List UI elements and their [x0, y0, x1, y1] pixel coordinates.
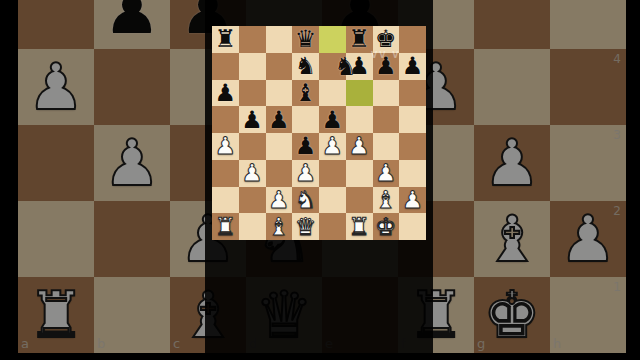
square-d4[interactable]: ♟	[292, 133, 319, 160]
white-rook[interactable]: ♜	[348, 215, 370, 239]
square-b5[interactable]: ♟	[239, 106, 266, 133]
white-knight[interactable]: ♞	[295, 188, 317, 212]
square-d3[interactable]: ♟	[292, 160, 319, 187]
square-h3[interactable]	[399, 160, 426, 187]
square-f3[interactable]	[346, 160, 373, 187]
black-bishop[interactable]: ♝	[295, 81, 317, 105]
square-f6[interactable]	[346, 80, 373, 107]
square-h7[interactable]: ♟	[399, 53, 426, 80]
square-d6[interactable]: ♝	[292, 80, 319, 107]
black-pawn[interactable]: ♟	[241, 108, 263, 132]
square-c3[interactable]	[266, 160, 293, 187]
white-pawn[interactable]: ♟	[268, 188, 290, 212]
square-b7[interactable]	[239, 53, 266, 80]
video-frame: ♜♛♜♚8♞♟♟♟7♟♝♞6♟♟♟5♟♟♟♟4♟♟♟3♟♞♝♟2♜ab♝c♛de…	[0, 0, 640, 360]
square-f4[interactable]: ♟	[346, 133, 373, 160]
square-d8[interactable]: ♛	[292, 26, 319, 53]
white-king[interactable]: ♚	[375, 215, 397, 239]
black-pawn[interactable]: ♟	[322, 108, 344, 132]
square-g2[interactable]: ♝	[373, 187, 400, 214]
black-pawn[interactable]: ♟	[295, 134, 317, 158]
square-f5[interactable]	[346, 106, 373, 133]
square-g5[interactable]	[373, 106, 400, 133]
square-b1[interactable]	[239, 213, 266, 240]
white-pawn[interactable]: ♟	[322, 134, 344, 158]
white-pawn[interactable]: ♟	[402, 188, 424, 212]
square-b4[interactable]	[239, 133, 266, 160]
square-c6[interactable]	[266, 80, 293, 107]
black-rook[interactable]: ♜	[348, 27, 370, 51]
black-knight[interactable]: ♞	[295, 54, 317, 78]
square-e6[interactable]	[319, 80, 346, 107]
square-a5[interactable]	[212, 106, 239, 133]
square-c4[interactable]	[266, 133, 293, 160]
square-a8[interactable]: ♜	[212, 26, 239, 53]
square-c1[interactable]: ♝	[266, 213, 293, 240]
black-king[interactable]: ♚	[375, 27, 397, 51]
square-a6[interactable]: ♟	[212, 80, 239, 107]
white-queen[interactable]: ♛	[295, 215, 317, 239]
square-h8[interactable]	[399, 26, 426, 53]
square-c8[interactable]	[266, 26, 293, 53]
square-f1[interactable]: ♜	[346, 213, 373, 240]
square-a7[interactable]	[212, 53, 239, 80]
white-bishop[interactable]: ♝	[268, 215, 290, 239]
square-h2[interactable]: ♟	[399, 187, 426, 214]
white-pawn[interactable]: ♟	[348, 134, 370, 158]
white-pawn[interactable]: ♟	[295, 161, 317, 185]
square-h4[interactable]	[399, 133, 426, 160]
white-rook[interactable]: ♜	[215, 215, 237, 239]
white-pawn[interactable]: ♟	[215, 134, 237, 158]
black-pawn[interactable]: ♟	[268, 108, 290, 132]
square-g8[interactable]: ♚	[373, 26, 400, 53]
square-e4[interactable]: ♟	[319, 133, 346, 160]
square-h1[interactable]	[399, 213, 426, 240]
black-queen[interactable]: ♛	[295, 27, 317, 51]
square-g3[interactable]: ♟	[373, 160, 400, 187]
square-h6[interactable]	[399, 80, 426, 107]
square-a3[interactable]	[212, 160, 239, 187]
watermark-text: VV V	[371, 51, 400, 60]
square-c2[interactable]: ♟	[266, 187, 293, 214]
square-c5[interactable]: ♟	[266, 106, 293, 133]
white-bishop[interactable]: ♝	[375, 188, 397, 212]
black-pawn[interactable]: ♟	[402, 54, 424, 78]
square-b2[interactable]	[239, 187, 266, 214]
square-d2[interactable]: ♞	[292, 187, 319, 214]
square-g4[interactable]	[373, 133, 400, 160]
square-e2[interactable]	[319, 187, 346, 214]
square-a4[interactable]: ♟	[212, 133, 239, 160]
square-d5[interactable]	[292, 106, 319, 133]
square-h5[interactable]	[399, 106, 426, 133]
animated-black-knight[interactable]: ♞	[332, 53, 359, 80]
square-f2[interactable]	[346, 187, 373, 214]
square-a1[interactable]: ♜	[212, 213, 239, 240]
square-g6[interactable]	[373, 80, 400, 107]
square-d7[interactable]: ♞	[292, 53, 319, 80]
square-e1[interactable]	[319, 213, 346, 240]
square-g1[interactable]: ♚	[373, 213, 400, 240]
square-b3[interactable]: ♟	[239, 160, 266, 187]
square-e3[interactable]	[319, 160, 346, 187]
white-pawn[interactable]: ♟	[241, 161, 263, 185]
black-pawn[interactable]: ♟	[215, 81, 237, 105]
square-a2[interactable]	[212, 187, 239, 214]
black-rook[interactable]: ♜	[215, 27, 237, 51]
square-d1[interactable]: ♛	[292, 213, 319, 240]
square-f8[interactable]: ♜	[346, 26, 373, 53]
square-e5[interactable]: ♟	[319, 106, 346, 133]
white-pawn[interactable]: ♟	[375, 161, 397, 185]
square-b6[interactable]	[239, 80, 266, 107]
square-e8[interactable]	[319, 26, 346, 53]
square-c7[interactable]	[266, 53, 293, 80]
square-b8[interactable]	[239, 26, 266, 53]
